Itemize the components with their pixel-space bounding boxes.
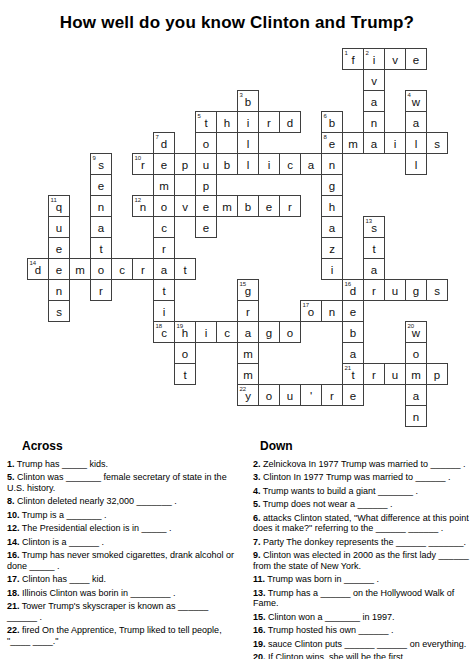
cell-letter: l <box>415 137 418 150</box>
cell-letter: e <box>413 53 419 66</box>
cell-letter: a <box>371 95 377 108</box>
cell-letter: m <box>159 179 169 192</box>
cell-letter: p <box>434 368 440 381</box>
cell-letter: c <box>224 326 230 339</box>
grid-cell[interactable]: ' <box>300 384 322 406</box>
grid-cell[interactable]: u <box>384 279 406 301</box>
cell-letter: e <box>203 221 209 234</box>
grid-cell[interactable]: e <box>48 258 70 280</box>
cell-letter: b <box>245 95 251 108</box>
clue-item: 20. If Clinton wins, she will be the fir… <box>253 652 472 659</box>
cell-letter: o <box>413 347 419 360</box>
cell-letter: n <box>329 305 335 318</box>
grid-cell[interactable]: c <box>279 153 301 175</box>
cell-letter: r <box>372 284 376 297</box>
grid-cell[interactable]: g <box>405 279 427 301</box>
cell-number: 14 <box>30 260 37 266</box>
cell-letter: u <box>392 368 398 381</box>
cell-letter: u <box>392 284 398 297</box>
grid-cell[interactable]: a <box>363 132 385 154</box>
cell-letter: g <box>329 179 335 192</box>
cell-letter: r <box>246 305 250 318</box>
grid-cell[interactable]: h <box>216 111 238 133</box>
clue-number: 18. <box>7 588 20 598</box>
grid-cell[interactable]: n <box>48 279 70 301</box>
grid-cell[interactable]: i <box>153 300 175 322</box>
across-clues-column: Across 1. Trump has _____ kids.5. Clinto… <box>7 441 240 649</box>
grid-cell[interactable]: p <box>426 363 448 385</box>
page-title: How well do you know Clinton and Trump? <box>0 13 474 33</box>
grid-cell[interactable]: b <box>216 153 238 175</box>
cell-letter: t <box>204 116 207 129</box>
grid-cell[interactable]: u <box>48 216 70 238</box>
clue-item: 16. Trump has never smoked cigarettes, d… <box>7 550 240 571</box>
cell-number: 13 <box>366 218 373 224</box>
cell-letter: a <box>161 263 167 276</box>
grid-cell[interactable]: v <box>384 48 406 70</box>
grid-cell[interactable]: t <box>174 363 196 385</box>
grid-cell[interactable]: o <box>279 321 301 343</box>
grid-cell[interactable]: p <box>174 153 196 175</box>
clue-number: 5. <box>253 499 261 509</box>
grid-cell[interactable]: u <box>279 384 301 406</box>
grid-cell[interactable]: i <box>258 153 280 175</box>
clue-number: 2. <box>253 459 261 469</box>
clue-number: 17. <box>7 574 20 584</box>
clue-item: 9. Clinton was elected in 2000 as the fi… <box>253 550 472 571</box>
down-clues-column: Down 2. Zelnickova In 1977 Trump was mar… <box>253 441 472 659</box>
cell-letter: b <box>224 158 230 171</box>
grid-cell[interactable]: a <box>90 216 112 238</box>
grid-cell[interactable]: 11q <box>48 195 70 217</box>
cell-letter: r <box>267 116 271 129</box>
clue-item: 19. sauce Clinton puts ______ ______ on … <box>253 639 472 650</box>
cell-letter: e <box>329 137 335 150</box>
cell-letter: o <box>203 137 209 150</box>
grid-cell[interactable]: a <box>363 258 385 280</box>
cell-letter: v <box>392 53 398 66</box>
cell-letter: t <box>351 368 354 381</box>
grid-cell[interactable]: 6b <box>321 111 343 133</box>
clue-number: 1. <box>7 459 15 469</box>
grid-cell[interactable]: r <box>258 111 280 133</box>
clue-item: 1. Trump has _____ kids. <box>7 459 240 470</box>
clue-item: 18. Illinois Clinton was borin in ______… <box>7 588 240 599</box>
cell-letter: f <box>351 53 354 66</box>
grid-cell[interactable]: r <box>237 300 259 322</box>
grid-cell[interactable]: m <box>405 363 427 385</box>
grid-cell[interactable]: n <box>321 153 343 175</box>
clue-number: 16. <box>7 550 20 560</box>
grid-cell[interactable]: 21t <box>342 363 364 385</box>
cell-letter: n <box>371 116 377 129</box>
grid-cell[interactable]: m <box>69 258 91 280</box>
clue-number: 20. <box>253 652 266 659</box>
grid-cell[interactable]: o <box>195 132 217 154</box>
grid-cell[interactable]: 18c <box>153 321 175 343</box>
cell-letter: c <box>119 263 125 276</box>
grid-cell[interactable]: r <box>363 363 385 385</box>
grid-cell[interactable]: 14d <box>27 258 49 280</box>
cell-letter: s <box>434 284 440 297</box>
cell-number: 4 <box>408 92 411 98</box>
cell-letter: p <box>182 158 188 171</box>
cell-letter: b <box>329 116 335 129</box>
grid-cell[interactable]: n <box>405 405 427 427</box>
cell-number: 15 <box>240 281 247 287</box>
grid-cell[interactable]: l <box>405 153 427 175</box>
clue-item: 10. Trump is a _______ . <box>7 510 240 521</box>
cell-letter: n <box>329 158 335 171</box>
cell-number: 20 <box>408 323 415 329</box>
grid-cell[interactable]: 3b <box>237 90 259 112</box>
grid-cell[interactable]: i <box>384 132 406 154</box>
grid-cell[interactable]: h <box>321 195 343 217</box>
cell-letter: m <box>411 368 421 381</box>
grid-cell[interactable]: 16d <box>342 279 364 301</box>
grid-cell[interactable]: a <box>363 90 385 112</box>
cell-number: 22 <box>240 386 247 392</box>
cell-letter: a <box>98 221 104 234</box>
across-header: Across <box>22 441 240 452</box>
cell-letter: l <box>247 137 250 150</box>
cell-number: 9 <box>93 155 96 161</box>
cell-letter: g <box>413 284 419 297</box>
cell-number: 11 <box>51 197 57 203</box>
cell-letter: w <box>412 95 420 108</box>
cell-letter: r <box>141 158 145 171</box>
cell-letter: i <box>205 326 208 339</box>
grid-cell[interactable]: 1f <box>342 48 364 70</box>
grid-cell[interactable]: 7d <box>153 132 175 154</box>
cell-letter: o <box>266 389 272 402</box>
grid-cell[interactable]: e <box>405 48 427 70</box>
clue-number: 7. <box>253 537 261 547</box>
grid-cell[interactable]: s <box>426 279 448 301</box>
cell-letter: a <box>371 137 377 150</box>
grid-cell[interactable]: c <box>153 216 175 238</box>
grid-cell[interactable]: e <box>195 216 217 238</box>
grid-cell[interactable]: o <box>258 384 280 406</box>
cell-letter: e <box>161 158 167 171</box>
clue-number: 16. <box>253 625 266 635</box>
cell-letter: b <box>350 326 356 339</box>
cell-number: 16 <box>345 281 352 287</box>
grid-cell[interactable]: c <box>111 258 133 280</box>
grid-cell[interactable]: 8e <box>321 132 343 154</box>
cell-letter: a <box>413 116 419 129</box>
cell-letter: e <box>350 389 356 402</box>
grid-cell[interactable]: r <box>153 237 175 259</box>
clue-number: 15. <box>253 612 266 622</box>
cell-letter: o <box>161 200 167 213</box>
cell-letter: a <box>329 221 335 234</box>
grid-cell[interactable]: 20w <box>405 321 427 343</box>
cell-letter: e <box>350 305 356 318</box>
grid-cell[interactable]: o <box>90 258 112 280</box>
cell-letter: i <box>247 116 250 129</box>
grid-cell[interactable]: m <box>342 132 364 154</box>
grid-cell[interactable]: o <box>405 342 427 364</box>
cell-letter: z <box>329 242 335 255</box>
cell-letter: m <box>348 137 358 150</box>
clue-item: 6. attacks Clinton stated, "What differe… <box>253 513 472 534</box>
cell-letter: a <box>308 158 314 171</box>
clue-number: 22. <box>7 625 20 635</box>
grid-cell[interactable]: e <box>195 195 217 217</box>
across-clue-list: 1. Trump has _____ kids.5. Clinton was _… <box>7 459 240 647</box>
cell-letter: l <box>415 158 418 171</box>
cell-letter: g <box>266 326 272 339</box>
cell-letter: r <box>141 263 145 276</box>
grid-cell[interactable]: 22y <box>237 384 259 406</box>
cell-number: 7 <box>156 134 159 140</box>
clue-number: 14. <box>7 537 20 547</box>
grid-cell[interactable]: a <box>321 216 343 238</box>
cell-letter: t <box>372 242 375 255</box>
cell-letter: i <box>331 263 334 276</box>
grid-cell[interactable]: r <box>132 258 154 280</box>
clue-item: 7. Party The donkey represents the _____… <box>253 537 472 548</box>
down-header: Down <box>260 441 472 452</box>
cell-number: 10 <box>135 155 142 161</box>
grid-cell[interactable]: a <box>405 111 427 133</box>
grid-cell[interactable]: r <box>363 279 385 301</box>
grid-cell[interactable]: s <box>48 300 70 322</box>
cell-letter: c <box>161 221 167 234</box>
grid-cell[interactable]: g <box>321 174 343 196</box>
grid-cell[interactable]: v <box>174 195 196 217</box>
grid-cell[interactable]: e <box>90 174 112 196</box>
grid-cell[interactable]: v <box>363 69 385 91</box>
grid-cell[interactable]: n <box>363 111 385 133</box>
clue-item: 17. Clinton has ____ kid. <box>7 574 240 585</box>
clue-item: 16. Trump hosted his own ______ . <box>253 625 472 636</box>
cell-letter: t <box>99 242 102 255</box>
cell-number: 2 <box>366 50 369 56</box>
grid-cell[interactable]: d <box>279 111 301 133</box>
cell-letter: m <box>222 200 232 213</box>
grid-cell[interactable]: 5t <box>195 111 217 133</box>
cell-letter: u <box>287 389 293 402</box>
grid-cell[interactable]: e <box>48 237 70 259</box>
cell-letter: ' <box>310 389 312 402</box>
grid-cell[interactable]: o <box>153 195 175 217</box>
grid-cell[interactable]: a <box>153 258 175 280</box>
cell-letter: m <box>243 347 253 360</box>
grid-cell[interactable]: l <box>237 132 259 154</box>
grid-cell[interactable]: m <box>237 342 259 364</box>
cell-letter: e <box>203 200 209 213</box>
crossword-grid: 1f2ivev3ba4w5third6bna7dol8emails9s10rep… <box>27 48 448 427</box>
down-clue-list: 2. Zelnickova In 1977 Trump was married … <box>253 459 472 659</box>
cell-number: 3 <box>240 92 243 98</box>
grid-cell[interactable]: a <box>405 384 427 406</box>
grid-cell[interactable]: r <box>279 195 301 217</box>
cell-number: 12 <box>135 197 142 203</box>
cell-letter: m <box>75 263 85 276</box>
cell-letter: t <box>183 263 186 276</box>
cell-letter: r <box>372 368 376 381</box>
cell-letter: e <box>98 179 104 192</box>
grid-cell[interactable]: 9s <box>90 153 112 175</box>
clue-item: 3. Clinton In 1977 Trump was married to … <box>253 472 472 483</box>
grid-cell[interactable]: z <box>321 237 343 259</box>
grid-cell[interactable]: a <box>300 153 322 175</box>
grid-cell[interactable]: e <box>153 153 175 175</box>
cell-letter: i <box>394 137 397 150</box>
cell-letter: r <box>288 200 292 213</box>
clue-item: 14. Clinton is a ______ . <box>7 537 240 548</box>
grid-cell[interactable]: s <box>426 132 448 154</box>
grid-cell[interactable]: t <box>153 279 175 301</box>
grid-cell[interactable]: l <box>405 132 427 154</box>
grid-cell[interactable]: p <box>195 174 217 196</box>
cell-letter: v <box>371 74 377 87</box>
grid-cell[interactable]: t <box>174 258 196 280</box>
cell-letter: s <box>434 137 440 150</box>
cell-letter: o <box>287 326 293 339</box>
cell-letter: s <box>56 305 62 318</box>
clue-number: 21. <box>7 601 20 611</box>
grid-cell[interactable]: a <box>237 321 259 343</box>
clue-item: 5. Trump does not wear a ______ . <box>253 499 472 510</box>
cell-number: 17 <box>303 302 310 308</box>
clue-number: 13. <box>253 588 266 598</box>
grid-cell[interactable]: 17o <box>300 300 322 322</box>
grid-cell[interactable]: b <box>237 195 259 217</box>
cell-letter: e <box>266 200 272 213</box>
clue-item: 13. Trump has a ______ on the Hollywood … <box>253 588 472 609</box>
grid-cell[interactable]: u <box>195 153 217 175</box>
grid-cell[interactable]: a <box>342 342 364 364</box>
grid-cell[interactable]: t <box>363 237 385 259</box>
grid-cell[interactable]: i <box>237 111 259 133</box>
cell-letter: a <box>245 326 251 339</box>
grid-cell[interactable]: n <box>90 195 112 217</box>
cell-number: 6 <box>324 113 327 119</box>
clue-item: 22. fired On the Apprentice, Trump liked… <box>7 625 240 646</box>
cell-letter: o <box>182 347 188 360</box>
cell-letter: m <box>243 368 253 381</box>
cell-letter: d <box>161 137 167 150</box>
grid-cell[interactable]: c <box>216 321 238 343</box>
cell-letter: n <box>56 284 62 297</box>
grid-cell[interactable]: e <box>258 195 280 217</box>
cell-letter: l <box>247 158 250 171</box>
grid-cell[interactable]: 13s <box>363 216 385 238</box>
clue-number: 4. <box>253 486 261 496</box>
grid-cell[interactable]: e <box>342 300 364 322</box>
cell-letter: e <box>56 263 62 276</box>
cell-letter: i <box>163 305 166 318</box>
grid-cell[interactable]: m <box>237 363 259 385</box>
grid-cell[interactable]: 15g <box>237 279 259 301</box>
cell-letter: h <box>329 200 335 213</box>
grid-cell[interactable]: 10r <box>132 153 154 175</box>
clue-item: 5. Clinton was _______ female secretary … <box>7 472 240 493</box>
grid-cell[interactable]: e <box>342 384 364 406</box>
cell-letter: p <box>203 179 209 192</box>
grid-cell[interactable]: b <box>342 321 364 343</box>
cell-letter: b <box>245 200 251 213</box>
cell-letter: e <box>56 242 62 255</box>
grid-cell[interactable]: u <box>384 363 406 385</box>
clue-number: 9. <box>253 550 261 560</box>
cell-letter: t <box>162 284 165 297</box>
cell-letter: u <box>203 158 209 171</box>
clue-item: 15. Clinton won a _______ in 1997. <box>253 612 472 623</box>
cell-letter: r <box>99 284 103 297</box>
cell-letter: h <box>224 116 230 129</box>
cell-number: 18 <box>156 323 163 329</box>
cell-letter: n <box>98 200 104 213</box>
clue-number: 8. <box>7 496 15 506</box>
clue-number: 19. <box>253 639 266 649</box>
grid-cell[interactable]: 19h <box>174 321 196 343</box>
clue-number: 6. <box>253 513 261 523</box>
grid-cell[interactable]: 2i <box>363 48 385 70</box>
cell-number: 1 <box>345 50 348 56</box>
grid-cell[interactable]: r <box>321 384 343 406</box>
grid-cell[interactable]: i <box>195 321 217 343</box>
grid-cell[interactable]: 4w <box>405 90 427 112</box>
grid-cell[interactable]: m <box>216 195 238 217</box>
cell-letter: r <box>162 242 166 255</box>
clue-item: 4. Trump wants to build a giant _______ … <box>253 486 472 497</box>
clue-number: 3. <box>253 472 261 482</box>
cell-number: 8 <box>324 134 327 140</box>
grid-cell[interactable]: i <box>321 258 343 280</box>
cell-letter: a <box>371 263 377 276</box>
clue-number: 5. <box>7 472 15 482</box>
grid-cell[interactable]: o <box>174 342 196 364</box>
cell-letter: o <box>98 263 104 276</box>
clue-number: 12. <box>7 523 20 533</box>
cell-letter: v <box>182 200 188 213</box>
grid-cell[interactable]: r <box>90 279 112 301</box>
cell-letter: i <box>268 158 271 171</box>
grid-cell[interactable]: 12n <box>132 195 154 217</box>
clue-number: 10. <box>7 510 20 520</box>
cell-letter: a <box>413 389 419 402</box>
cell-letter: a <box>350 347 356 360</box>
cell-number: 5 <box>198 113 201 119</box>
cell-letter: i <box>373 53 376 66</box>
grid-cell[interactable]: n <box>321 300 343 322</box>
cell-number: 19 <box>177 323 184 329</box>
clue-item: 21. Tower Trump's skyscraper is known as… <box>7 601 240 622</box>
cell-letter: d <box>287 116 293 129</box>
cell-letter: t <box>183 368 186 381</box>
cell-letter: c <box>287 158 293 171</box>
grid-cell[interactable]: t <box>90 237 112 259</box>
grid-cell[interactable]: m <box>153 174 175 196</box>
grid-cell[interactable]: l <box>237 153 259 175</box>
cell-letter: u <box>56 221 62 234</box>
clue-item: 2. Zelnickova In 1977 Trump was married … <box>253 459 472 470</box>
grid-cell[interactable]: g <box>258 321 280 343</box>
clue-item: 12. The Presidential election is in ____… <box>7 523 240 534</box>
clue-item: 8. Clinton deleted nearly 32,000 _______… <box>7 496 240 507</box>
cell-number: 21 <box>345 365 352 371</box>
cell-letter: s <box>98 158 104 171</box>
clue-item: 11. Trump was born in ______ . <box>253 574 472 585</box>
cell-letter: r <box>330 389 334 402</box>
cell-letter: n <box>413 410 419 423</box>
clue-number: 11. <box>253 574 265 584</box>
